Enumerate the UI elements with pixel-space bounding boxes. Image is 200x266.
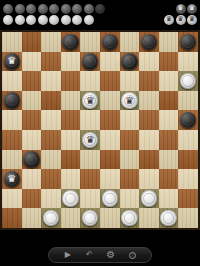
- square-r3c7[interactable]: [139, 91, 159, 111]
- square-r3c5[interactable]: [100, 91, 120, 111]
- square-r7c8[interactable]: [159, 169, 179, 189]
- square-r7c1[interactable]: [22, 169, 42, 189]
- black-man[interactable]: [4, 92, 21, 109]
- square-r8c2[interactable]: [41, 189, 61, 209]
- white-kings-row: ♛♛♛: [164, 15, 197, 25]
- square-r1c0[interactable]: ♛: [2, 52, 22, 72]
- square-r8c8[interactable]: [159, 189, 179, 209]
- king-crown-icon: ♛: [189, 5, 195, 12]
- square-r2c3[interactable]: [61, 71, 81, 91]
- white-man[interactable]: [180, 73, 197, 90]
- square-r2c0[interactable]: [2, 71, 22, 91]
- captured-white-man-icon: [61, 15, 71, 25]
- square-r4c5[interactable]: [100, 110, 120, 130]
- square-r7c3[interactable]: [61, 169, 81, 189]
- king-crown-icon: ♛: [189, 16, 195, 23]
- square-r3c9[interactable]: [178, 91, 198, 111]
- black-man[interactable]: [141, 34, 158, 51]
- square-r6c6[interactable]: [120, 150, 140, 170]
- white-man[interactable]: [121, 210, 138, 227]
- square-r2c4[interactable]: [80, 71, 100, 91]
- square-r3c6[interactable]: ♛: [120, 91, 140, 111]
- king-crown-icon: ♛: [7, 174, 16, 184]
- square-r5c5[interactable]: [100, 130, 120, 150]
- kings-count-group: ♛♛ ♛♛♛: [164, 4, 197, 25]
- square-r1c6[interactable]: [120, 52, 140, 72]
- captured-white-man-icon: [38, 15, 48, 25]
- black-kings-row: ♛♛: [176, 4, 198, 14]
- square-r9c8[interactable]: [159, 208, 179, 228]
- white-man[interactable]: [82, 210, 99, 227]
- square-r4c8[interactable]: [159, 110, 179, 130]
- square-r3c3[interactable]: [61, 91, 81, 111]
- square-r5c3[interactable]: [61, 130, 81, 150]
- square-r0c0[interactable]: [2, 32, 22, 52]
- square-r6c2[interactable]: [41, 150, 61, 170]
- square-r5c9[interactable]: [178, 130, 198, 150]
- square-r8c9[interactable]: [178, 189, 198, 209]
- square-r6c5[interactable]: [100, 150, 120, 170]
- square-r4c9[interactable]: [178, 110, 198, 130]
- square-r8c7[interactable]: [139, 189, 159, 209]
- captured-black-man-icon: [95, 4, 105, 14]
- square-r7c5[interactable]: [100, 169, 120, 189]
- captured-white-man-icon: [26, 15, 36, 25]
- captured-white-man-icon: [84, 15, 94, 25]
- square-r0c1[interactable]: [22, 32, 42, 52]
- square-r6c4[interactable]: [80, 150, 100, 170]
- captured-white-men-row: [3, 15, 105, 25]
- square-r0c7[interactable]: [139, 32, 159, 52]
- square-r7c6[interactable]: [120, 169, 140, 189]
- square-r7c9[interactable]: [178, 169, 198, 189]
- square-r9c4[interactable]: [80, 208, 100, 228]
- square-r7c0[interactable]: ♛: [2, 169, 22, 189]
- square-r1c4[interactable]: [80, 52, 100, 72]
- toolbar: ▶ ↶ ⚙ i: [48, 247, 152, 263]
- square-r7c4[interactable]: [80, 169, 100, 189]
- square-r9c5[interactable]: [100, 208, 120, 228]
- square-r4c3[interactable]: [61, 110, 81, 130]
- square-r3c0[interactable]: [2, 91, 22, 111]
- square-r6c9[interactable]: [178, 150, 198, 170]
- square-r0c6[interactable]: [120, 32, 140, 52]
- square-r4c2[interactable]: [41, 110, 61, 130]
- square-r7c2[interactable]: [41, 169, 61, 189]
- captured-white-man-icon: [3, 15, 13, 25]
- black-man[interactable]: [102, 34, 119, 51]
- square-r3c4[interactable]: ♛: [80, 91, 100, 111]
- square-r9c1[interactable]: [22, 208, 42, 228]
- black-king-count-icon: ♛: [176, 4, 186, 14]
- square-r1c8[interactable]: [159, 52, 179, 72]
- captured-black-man-icon: [26, 4, 36, 14]
- board: ♛♛♛♛♛: [0, 30, 200, 230]
- square-r8c0[interactable]: [2, 189, 22, 209]
- square-r4c7[interactable]: [139, 110, 159, 130]
- white-man[interactable]: [102, 190, 119, 207]
- square-r1c5[interactable]: [100, 52, 120, 72]
- square-r4c4[interactable]: [80, 110, 100, 130]
- king-crown-icon: ♛: [86, 96, 95, 106]
- captured-black-man-icon: [61, 4, 71, 14]
- captured-black-man-icon: [84, 4, 94, 14]
- square-r4c6[interactable]: [120, 110, 140, 130]
- square-r3c1[interactable]: [22, 91, 42, 111]
- square-r1c3[interactable]: [61, 52, 81, 72]
- undo-button[interactable]: ↶: [83, 249, 95, 261]
- square-r1c1[interactable]: [22, 52, 42, 72]
- captured-white-man-icon: [49, 15, 59, 25]
- captured-white-man-icon: [72, 15, 82, 25]
- bottom-bar: ▶ ↶ ⚙ i: [0, 247, 200, 263]
- square-r2c5[interactable]: [100, 71, 120, 91]
- square-r9c7[interactable]: [139, 208, 159, 228]
- king-crown-icon: ♛: [166, 16, 172, 23]
- square-r1c2[interactable]: [41, 52, 61, 72]
- square-r2c7[interactable]: [139, 71, 159, 91]
- square-r2c2[interactable]: [41, 71, 61, 91]
- white-king-count-icon: ♛: [176, 15, 186, 25]
- square-r9c9[interactable]: [178, 208, 198, 228]
- square-r0c8[interactable]: [159, 32, 179, 52]
- square-r1c9[interactable]: [178, 52, 198, 72]
- black-king[interactable]: ♛: [4, 171, 21, 188]
- square-r5c4[interactable]: ♛: [80, 130, 100, 150]
- square-r5c1[interactable]: [22, 130, 42, 150]
- white-king[interactable]: ♛: [82, 92, 99, 109]
- info-button[interactable]: i: [126, 249, 138, 261]
- king-crown-icon: ♛: [177, 5, 183, 12]
- white-man[interactable]: [43, 210, 60, 227]
- black-man[interactable]: [23, 151, 40, 168]
- square-r8c1[interactable]: [22, 189, 42, 209]
- square-r6c3[interactable]: [61, 150, 81, 170]
- square-r6c8[interactable]: [159, 150, 179, 170]
- square-r5c6[interactable]: [120, 130, 140, 150]
- captured-white-man-icon: [15, 15, 25, 25]
- square-r6c0[interactable]: [2, 150, 22, 170]
- square-r0c2[interactable]: [41, 32, 61, 52]
- square-r7c7[interactable]: [139, 169, 159, 189]
- king-crown-icon: ♛: [177, 16, 183, 23]
- checkers-app: ♛♛ ♛♛♛ ♛♛♛♛♛ ▶ ↶ ⚙ i: [0, 0, 200, 266]
- square-r8c5[interactable]: [100, 189, 120, 209]
- white-man[interactable]: [141, 190, 158, 207]
- captured-men-group: [3, 4, 105, 25]
- square-r6c1[interactable]: [22, 150, 42, 170]
- square-r2c9[interactable]: [178, 71, 198, 91]
- square-r9c2[interactable]: [41, 208, 61, 228]
- captured-black-man-icon: [3, 4, 13, 14]
- square-r9c0[interactable]: [2, 208, 22, 228]
- square-r4c1[interactable]: [22, 110, 42, 130]
- white-king-count-icon: ♛: [187, 15, 197, 25]
- king-crown-icon: ♛: [86, 135, 95, 145]
- square-r2c1[interactable]: [22, 71, 42, 91]
- white-king[interactable]: ♛: [82, 132, 99, 149]
- captured-black-man-icon: [38, 4, 48, 14]
- white-man[interactable]: [62, 190, 79, 207]
- square-r3c8[interactable]: [159, 91, 179, 111]
- square-r2c6[interactable]: [120, 71, 140, 91]
- square-r0c3[interactable]: [61, 32, 81, 52]
- captured-black-men-row: [3, 4, 105, 14]
- white-king[interactable]: ♛: [121, 92, 138, 109]
- square-r8c6[interactable]: [120, 189, 140, 209]
- black-man[interactable]: [121, 53, 138, 70]
- square-r5c7[interactable]: [139, 130, 159, 150]
- black-man[interactable]: [180, 34, 197, 51]
- king-crown-icon: ♛: [7, 56, 16, 66]
- square-r0c9[interactable]: [178, 32, 198, 52]
- black-man[interactable]: [62, 34, 79, 51]
- square-r1c7[interactable]: [139, 52, 159, 72]
- square-r9c6[interactable]: [120, 208, 140, 228]
- square-r6c7[interactable]: [139, 150, 159, 170]
- play-button[interactable]: ▶: [62, 249, 74, 261]
- black-man[interactable]: [180, 112, 197, 129]
- captured-pieces-bar: ♛♛ ♛♛♛: [0, 0, 200, 30]
- square-r5c8[interactable]: [159, 130, 179, 150]
- square-r5c2[interactable]: [41, 130, 61, 150]
- captured-black-man-icon: [49, 4, 59, 14]
- square-r4c0[interactable]: [2, 110, 22, 130]
- square-r5c0[interactable]: [2, 130, 22, 150]
- white-man[interactable]: [160, 210, 177, 227]
- black-king-count-icon: ♛: [187, 4, 197, 14]
- square-r8c4[interactable]: [80, 189, 100, 209]
- square-r0c5[interactable]: [100, 32, 120, 52]
- square-r2c8[interactable]: [159, 71, 179, 91]
- square-r3c2[interactable]: [41, 91, 61, 111]
- captured-black-man-icon: [15, 4, 25, 14]
- square-r0c4[interactable]: [80, 32, 100, 52]
- square-r8c3[interactable]: [61, 189, 81, 209]
- captured-black-man-icon: [72, 4, 82, 14]
- black-king[interactable]: ♛: [4, 53, 21, 70]
- king-crown-icon: ♛: [125, 96, 134, 106]
- info-icon: i: [129, 252, 136, 259]
- white-king-count-icon: ♛: [164, 15, 174, 25]
- settings-button[interactable]: ⚙: [105, 249, 117, 261]
- square-r9c3[interactable]: [61, 208, 81, 228]
- black-man[interactable]: [82, 53, 99, 70]
